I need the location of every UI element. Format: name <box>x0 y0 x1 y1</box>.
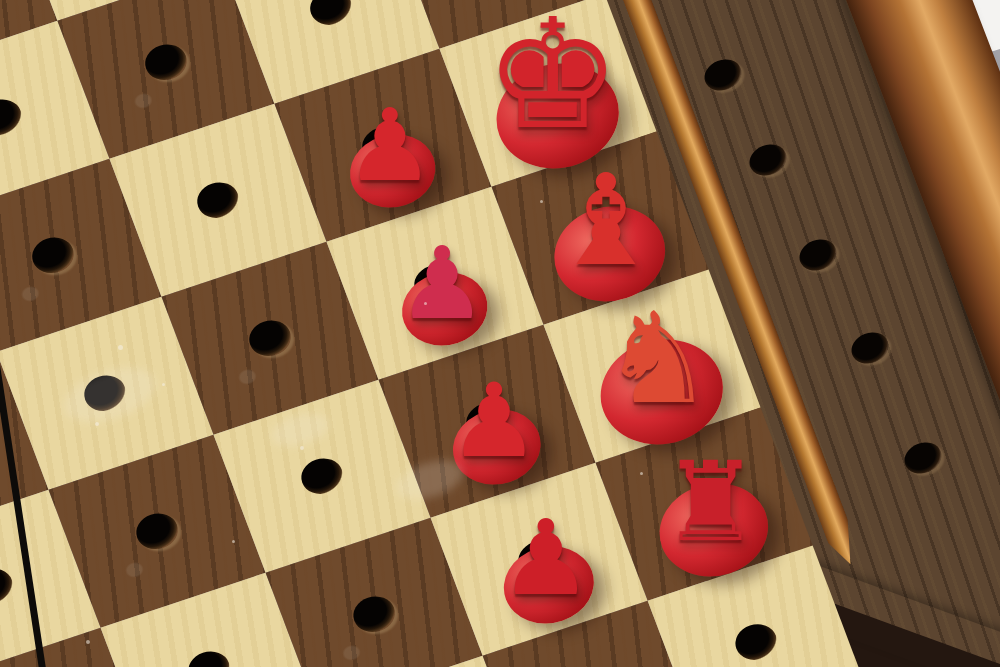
travel-chess-set-photo: ♟♚♟♝♟♞♟♜ <box>0 0 1000 667</box>
peg-hole <box>183 646 235 667</box>
dust-speck <box>86 640 90 644</box>
peg-hole <box>0 563 18 609</box>
piece-h4-bishop[interactable]: ♝ <box>549 163 662 279</box>
dust-speck <box>540 200 543 203</box>
peg-hole <box>27 232 79 278</box>
peg-hole <box>140 39 192 85</box>
peg-hole <box>730 619 782 665</box>
dust-speck <box>424 302 427 305</box>
dust-speck <box>640 472 643 475</box>
piece-g3-pawn[interactable]: ♟ <box>448 374 540 468</box>
piece-g5-pawn[interactable]: ♟ <box>345 100 435 192</box>
dust-speck <box>232 540 235 543</box>
dust-speck <box>95 422 99 426</box>
piece-g2-pawn[interactable]: ♟ <box>499 511 592 607</box>
peg-hole <box>305 0 357 30</box>
dust-speck <box>162 383 165 386</box>
peg-hole <box>244 315 296 361</box>
dust-speck <box>118 345 123 350</box>
piece-h2-rook[interactable]: ♜ <box>661 451 760 552</box>
piece-g4-pawn[interactable]: ♟ <box>397 238 487 330</box>
peg-hole <box>348 591 400 637</box>
peg-hole <box>296 453 348 499</box>
peg-hole <box>0 94 27 140</box>
peg-hole <box>131 508 183 554</box>
dust-speck <box>300 446 304 450</box>
piece-h3-knight[interactable]: ♞ <box>601 301 714 417</box>
peg-hole <box>192 177 244 223</box>
piece-h5-king[interactable]: ♚ <box>484 6 620 146</box>
